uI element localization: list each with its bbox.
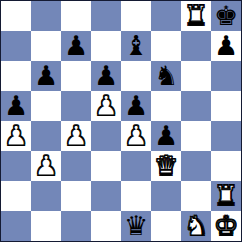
piece-black-pawn-a5[interactable]: ♟	[4, 91, 28, 121]
chess-board-frame: ♜♚♟♝♟♟♟♞♟♟♟♟♟♟♟♟♛♜♛♞♚	[0, 0, 242, 242]
square-d8[interactable]	[91, 1, 121, 31]
piece-black-knight-f6[interactable]: ♞	[154, 61, 178, 91]
square-b2[interactable]	[31, 181, 61, 211]
square-a3[interactable]	[1, 151, 31, 181]
square-c6[interactable]	[61, 61, 91, 91]
square-e1[interactable]: ♛	[121, 211, 151, 241]
piece-white-knight-g1[interactable]: ♞	[184, 211, 208, 241]
square-f8[interactable]	[151, 1, 181, 31]
piece-black-pawn-c7[interactable]: ♟	[64, 31, 88, 61]
piece-white-queen-f3[interactable]: ♛	[154, 151, 178, 181]
square-h8[interactable]: ♚	[211, 1, 241, 31]
square-d3[interactable]	[91, 151, 121, 181]
piece-black-king-h8[interactable]: ♚	[214, 1, 238, 31]
piece-white-pawn-a4[interactable]: ♟	[4, 121, 28, 151]
piece-black-pawn-f4[interactable]: ♟	[154, 121, 178, 151]
square-b7[interactable]	[31, 31, 61, 61]
square-a8[interactable]	[1, 1, 31, 31]
square-a5[interactable]: ♟	[1, 91, 31, 121]
piece-black-pawn-d6[interactable]: ♟	[94, 61, 118, 91]
square-c5[interactable]	[61, 91, 91, 121]
square-h7[interactable]: ♟	[211, 31, 241, 61]
square-d2[interactable]	[91, 181, 121, 211]
square-e3[interactable]	[121, 151, 151, 181]
square-d6[interactable]: ♟	[91, 61, 121, 91]
piece-white-pawn-d5[interactable]: ♟	[94, 91, 118, 121]
chess-board: ♜♚♟♝♟♟♟♞♟♟♟♟♟♟♟♟♛♜♛♞♚	[1, 1, 241, 241]
square-c2[interactable]	[61, 181, 91, 211]
square-g7[interactable]	[181, 31, 211, 61]
square-e7[interactable]: ♝	[121, 31, 151, 61]
piece-white-pawn-b3[interactable]: ♟	[34, 151, 58, 181]
square-g3[interactable]	[181, 151, 211, 181]
piece-black-pawn-b6[interactable]: ♟	[34, 61, 58, 91]
piece-white-pawn-c4[interactable]: ♟	[64, 121, 88, 151]
square-c7[interactable]: ♟	[61, 31, 91, 61]
square-g5[interactable]	[181, 91, 211, 121]
square-a2[interactable]	[1, 181, 31, 211]
square-g1[interactable]: ♞	[181, 211, 211, 241]
piece-white-king-h1[interactable]: ♚	[214, 211, 238, 241]
square-f6[interactable]: ♞	[151, 61, 181, 91]
square-c8[interactable]	[61, 1, 91, 31]
square-b8[interactable]	[31, 1, 61, 31]
square-f5[interactable]	[151, 91, 181, 121]
square-h4[interactable]	[211, 121, 241, 151]
square-h5[interactable]	[211, 91, 241, 121]
square-e4[interactable]: ♟	[121, 121, 151, 151]
square-f4[interactable]: ♟	[151, 121, 181, 151]
square-a6[interactable]	[1, 61, 31, 91]
piece-white-rook-g8[interactable]: ♜	[184, 1, 208, 31]
square-f2[interactable]	[151, 181, 181, 211]
square-e8[interactable]	[121, 1, 151, 31]
square-a7[interactable]	[1, 31, 31, 61]
square-h1[interactable]: ♚	[211, 211, 241, 241]
square-e2[interactable]	[121, 181, 151, 211]
square-g8[interactable]: ♜	[181, 1, 211, 31]
piece-white-pawn-e4[interactable]: ♟	[124, 121, 148, 151]
square-a4[interactable]: ♟	[1, 121, 31, 151]
square-f3[interactable]: ♛	[151, 151, 181, 181]
square-b5[interactable]	[31, 91, 61, 121]
square-h3[interactable]	[211, 151, 241, 181]
piece-black-queen-e1[interactable]: ♛	[124, 211, 148, 241]
square-a1[interactable]	[1, 211, 31, 241]
square-c3[interactable]	[61, 151, 91, 181]
piece-black-pawn-h7[interactable]: ♟	[214, 31, 238, 61]
square-c4[interactable]: ♟	[61, 121, 91, 151]
square-g4[interactable]	[181, 121, 211, 151]
square-b4[interactable]	[31, 121, 61, 151]
square-d7[interactable]	[91, 31, 121, 61]
square-d5[interactable]: ♟	[91, 91, 121, 121]
square-b6[interactable]: ♟	[31, 61, 61, 91]
square-e6[interactable]	[121, 61, 151, 91]
square-b1[interactable]	[31, 211, 61, 241]
square-d4[interactable]	[91, 121, 121, 151]
square-g6[interactable]	[181, 61, 211, 91]
square-e5[interactable]: ♟	[121, 91, 151, 121]
square-f1[interactable]	[151, 211, 181, 241]
square-c1[interactable]	[61, 211, 91, 241]
square-h2[interactable]: ♜	[211, 181, 241, 211]
square-f7[interactable]	[151, 31, 181, 61]
square-h6[interactable]	[211, 61, 241, 91]
piece-white-rook-h2[interactable]: ♜	[214, 181, 238, 211]
piece-black-pawn-e5[interactable]: ♟	[124, 91, 148, 121]
square-d1[interactable]	[91, 211, 121, 241]
square-g2[interactable]	[181, 181, 211, 211]
piece-black-bishop-e7[interactable]: ♝	[124, 31, 148, 61]
square-b3[interactable]: ♟	[31, 151, 61, 181]
